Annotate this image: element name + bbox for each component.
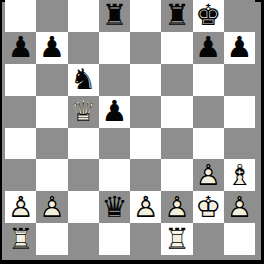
square-h2[interactable]: ♟♙: [224, 191, 255, 223]
square-h6[interactable]: [224, 64, 255, 96]
square-h1[interactable]: [224, 223, 255, 255]
black-pawn-piece: ♟: [224, 32, 255, 63]
pawn-outline-icon: ♙: [36, 192, 67, 223]
square-f7[interactable]: [161, 32, 192, 64]
square-a4[interactable]: [5, 128, 36, 160]
square-c2[interactable]: [68, 191, 99, 223]
square-a8[interactable]: [5, 0, 36, 32]
white-rook-piece: ♜♖: [5, 224, 36, 255]
black-pawn-piece: ♟: [5, 32, 36, 63]
square-b6[interactable]: [36, 64, 67, 96]
pawn-outline-icon: ♙: [130, 192, 161, 223]
square-d1[interactable]: [99, 223, 130, 255]
square-a7[interactable]: ♟: [5, 32, 36, 64]
white-king-piece: ♚♔: [193, 192, 224, 223]
square-f1[interactable]: ♜♖: [161, 223, 192, 255]
square-h3[interactable]: ♝♗: [224, 159, 255, 191]
king-icon: ♚: [193, 0, 224, 31]
black-rook-piece: ♜: [99, 0, 130, 31]
square-d6[interactable]: [99, 64, 130, 96]
chess-diagram: ♜♜♚♟♟♟♟♞♛♕♟♟♙♝♗♟♙♟♙♛♟♙♟♙♚♔♟♙♜♖♜♖: [0, 0, 264, 264]
square-b8[interactable]: [36, 0, 67, 32]
square-h8[interactable]: [224, 0, 255, 32]
square-g3[interactable]: ♟♙: [193, 159, 224, 191]
pawn-outline-icon: ♙: [224, 192, 255, 223]
white-bishop-piece: ♝♗: [224, 160, 255, 191]
black-knight-piece: ♞: [68, 64, 99, 95]
square-a6[interactable]: [5, 64, 36, 96]
pawn-icon: ♟: [36, 32, 67, 63]
square-f2[interactable]: ♟♙: [161, 191, 192, 223]
square-d4[interactable]: [99, 128, 130, 160]
white-queen-piece: ♛♕: [68, 96, 99, 127]
square-a1[interactable]: ♜♖: [5, 223, 36, 255]
pawn-outline-icon: ♙: [5, 192, 36, 223]
white-pawn-piece: ♟♙: [36, 192, 67, 223]
rook-outline-icon: ♖: [161, 224, 192, 255]
rook-icon: ♜: [161, 0, 192, 31]
white-pawn-piece: ♟♙: [193, 160, 224, 191]
square-d2[interactable]: ♛: [99, 191, 130, 223]
square-h5[interactable]: [224, 96, 255, 128]
square-f3[interactable]: [161, 159, 192, 191]
pawn-outline-icon: ♙: [193, 160, 224, 191]
square-d3[interactable]: [99, 159, 130, 191]
square-g7[interactable]: ♟: [193, 32, 224, 64]
king-outline-icon: ♔: [193, 192, 224, 223]
square-f5[interactable]: [161, 96, 192, 128]
square-c4[interactable]: [68, 128, 99, 160]
chess-board: ♜♜♚♟♟♟♟♞♛♕♟♟♙♝♗♟♙♟♙♛♟♙♟♙♚♔♟♙♜♖♜♖: [5, 0, 255, 255]
square-e8[interactable]: [130, 0, 161, 32]
square-c7[interactable]: [68, 32, 99, 64]
square-b1[interactable]: [36, 223, 67, 255]
black-pawn-piece: ♟: [193, 32, 224, 63]
rook-icon: ♜: [99, 0, 130, 31]
square-g6[interactable]: [193, 64, 224, 96]
rook-outline-icon: ♖: [5, 224, 36, 255]
square-g4[interactable]: [193, 128, 224, 160]
square-b7[interactable]: ♟: [36, 32, 67, 64]
black-pawn-piece: ♟: [36, 32, 67, 63]
square-e5[interactable]: [130, 96, 161, 128]
square-b3[interactable]: [36, 159, 67, 191]
knight-icon: ♞: [68, 64, 99, 95]
pawn-outline-icon: ♙: [161, 192, 192, 223]
square-e2[interactable]: ♟♙: [130, 191, 161, 223]
square-h4[interactable]: [224, 128, 255, 160]
bishop-outline-icon: ♗: [224, 160, 255, 191]
pawn-icon: ♟: [5, 32, 36, 63]
square-f8[interactable]: ♜: [161, 0, 192, 32]
white-pawn-piece: ♟♙: [224, 192, 255, 223]
square-b4[interactable]: [36, 128, 67, 160]
black-king-piece: ♚: [193, 0, 224, 31]
square-c3[interactable]: [68, 159, 99, 191]
square-f4[interactable]: [161, 128, 192, 160]
queen-outline-icon: ♕: [68, 96, 99, 127]
white-pawn-piece: ♟♙: [161, 192, 192, 223]
square-e6[interactable]: [130, 64, 161, 96]
square-g5[interactable]: [193, 96, 224, 128]
black-pawn-piece: ♟: [99, 96, 130, 127]
square-g2[interactable]: ♚♔: [193, 191, 224, 223]
square-c5[interactable]: ♛♕: [68, 96, 99, 128]
square-h7[interactable]: ♟: [224, 32, 255, 64]
square-a3[interactable]: [5, 159, 36, 191]
queen-icon: ♛: [99, 192, 130, 223]
square-e3[interactable]: [130, 159, 161, 191]
black-rook-piece: ♜: [161, 0, 192, 31]
pawn-icon: ♟: [193, 32, 224, 63]
square-d8[interactable]: ♜: [99, 0, 130, 32]
square-e4[interactable]: [130, 128, 161, 160]
square-a5[interactable]: [5, 96, 36, 128]
square-g8[interactable]: ♚: [193, 0, 224, 32]
pawn-icon: ♟: [224, 32, 255, 63]
square-c8[interactable]: [68, 0, 99, 32]
black-queen-piece: ♛: [99, 192, 130, 223]
white-rook-piece: ♜♖: [161, 224, 192, 255]
square-e7[interactable]: [130, 32, 161, 64]
square-d5[interactable]: ♟: [99, 96, 130, 128]
square-e1[interactable]: [130, 223, 161, 255]
square-b2[interactable]: ♟♙: [36, 191, 67, 223]
square-g1[interactable]: [193, 223, 224, 255]
square-f6[interactable]: [161, 64, 192, 96]
white-pawn-piece: ♟♙: [5, 192, 36, 223]
square-a2[interactable]: ♟♙: [5, 191, 36, 223]
pawn-icon: ♟: [99, 96, 130, 127]
square-b5[interactable]: [36, 96, 67, 128]
square-c1[interactable]: [68, 223, 99, 255]
square-d7[interactable]: [99, 32, 130, 64]
white-pawn-piece: ♟♙: [130, 192, 161, 223]
square-c6[interactable]: ♞: [68, 64, 99, 96]
